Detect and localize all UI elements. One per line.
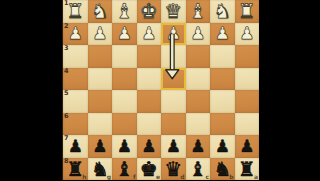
rank-label-5: 5: [64, 90, 69, 97]
square-d8[interactable]: d♛: [161, 158, 186, 181]
file-label-c: c: [205, 174, 209, 180]
square-f5[interactable]: [112, 90, 137, 113]
chess-app-screen: 1♜♞♝♚♛♝♞♜2♟♟♟♟♟♟♟♟34567♟♟♟♟♟♟♟♟8h♜g♞f♝e♚…: [0, 0, 320, 180]
square-a4[interactable]: [235, 68, 260, 91]
rank-label-1: 1: [64, 0, 69, 7]
square-g2[interactable]: ♟: [88, 23, 113, 46]
file-label-a: a: [254, 174, 258, 180]
piece-white-pawn-e2[interactable]: ♟: [141, 25, 156, 42]
square-f2[interactable]: ♟: [112, 23, 137, 46]
piece-white-pawn-d2[interactable]: ♟: [166, 25, 181, 42]
square-a5[interactable]: [235, 90, 260, 113]
square-a6[interactable]: [235, 113, 260, 136]
square-d2[interactable]: ♟: [161, 23, 186, 46]
file-label-d: d: [180, 174, 184, 180]
square-e6[interactable]: [137, 113, 162, 136]
square-a7[interactable]: ♟: [235, 135, 260, 158]
square-e2[interactable]: ♟: [137, 23, 162, 46]
piece-black-pawn-f7[interactable]: ♟: [117, 138, 132, 155]
square-c1[interactable]: ♝: [186, 0, 211, 23]
square-b8[interactable]: b♞: [210, 158, 235, 181]
rank-label-3: 3: [64, 45, 69, 52]
file-label-h: h: [82, 174, 86, 180]
square-a1[interactable]: ♜: [235, 0, 260, 23]
square-c4[interactable]: [186, 68, 211, 91]
square-g5[interactable]: [88, 90, 113, 113]
piece-black-bishop-c8[interactable]: ♝: [189, 159, 207, 179]
piece-black-pawn-c7[interactable]: ♟: [190, 138, 205, 155]
square-a2[interactable]: ♟: [235, 23, 260, 46]
square-e3[interactable]: [137, 45, 162, 68]
square-b7[interactable]: ♟: [210, 135, 235, 158]
square-g7[interactable]: ♟: [88, 135, 113, 158]
piece-white-knight-b1[interactable]: ♞: [213, 1, 231, 21]
piece-black-pawn-h7[interactable]: ♟: [68, 138, 83, 155]
square-b4[interactable]: [210, 68, 235, 91]
chess-board[interactable]: 1♜♞♝♚♛♝♞♜2♟♟♟♟♟♟♟♟34567♟♟♟♟♟♟♟♟8h♜g♞f♝e♚…: [62, 0, 259, 180]
piece-white-rook-a1[interactable]: ♜: [238, 1, 256, 21]
square-f3[interactable]: [112, 45, 137, 68]
square-d1[interactable]: ♛: [161, 0, 186, 23]
piece-black-pawn-d7[interactable]: ♟: [166, 138, 181, 155]
square-e8[interactable]: e♚: [137, 158, 162, 181]
piece-white-king-e1[interactable]: ♚: [140, 1, 158, 21]
piece-black-bishop-f8[interactable]: ♝: [115, 159, 133, 179]
square-h3[interactable]: 3: [63, 45, 88, 68]
square-h6[interactable]: 6: [63, 113, 88, 136]
square-g1[interactable]: ♞: [88, 0, 113, 23]
file-label-f: f: [133, 174, 136, 180]
piece-black-pawn-g7[interactable]: ♟: [92, 138, 107, 155]
piece-white-pawn-g2[interactable]: ♟: [92, 25, 107, 42]
square-b5[interactable]: [210, 90, 235, 113]
piece-white-pawn-h2[interactable]: ♟: [68, 25, 83, 42]
file-label-g: g: [107, 174, 111, 180]
file-label-e: e: [156, 174, 160, 180]
square-b3[interactable]: [210, 45, 235, 68]
square-a8[interactable]: a♜: [235, 158, 260, 181]
piece-white-pawn-f2[interactable]: ♟: [117, 25, 132, 42]
file-label-b: b: [229, 174, 233, 180]
square-a3[interactable]: [235, 45, 260, 68]
piece-white-bishop-f1[interactable]: ♝: [115, 1, 133, 21]
square-c7[interactable]: ♟: [186, 135, 211, 158]
square-h8[interactable]: 8h♜: [63, 158, 88, 181]
square-d7[interactable]: ♟: [161, 135, 186, 158]
square-e5[interactable]: [137, 90, 162, 113]
square-c2[interactable]: ♟: [186, 23, 211, 46]
square-e7[interactable]: ♟: [137, 135, 162, 158]
piece-white-pawn-c2[interactable]: ♟: [190, 25, 205, 42]
square-e4[interactable]: [137, 68, 162, 91]
piece-black-pawn-e7[interactable]: ♟: [141, 138, 156, 155]
square-d5[interactable]: [161, 90, 186, 113]
piece-white-queen-d1[interactable]: ♛: [164, 1, 182, 21]
square-f8[interactable]: f♝: [112, 158, 137, 181]
square-b6[interactable]: [210, 113, 235, 136]
square-h4[interactable]: 4: [63, 68, 88, 91]
square-c8[interactable]: c♝: [186, 158, 211, 181]
square-d6[interactable]: [161, 113, 186, 136]
piece-white-knight-g1[interactable]: ♞: [91, 1, 109, 21]
square-c5[interactable]: [186, 90, 211, 113]
piece-white-bishop-c1[interactable]: ♝: [189, 1, 207, 21]
rank-label-2: 2: [64, 23, 69, 30]
rank-label-4: 4: [64, 68, 69, 75]
square-f1[interactable]: ♝: [112, 0, 137, 23]
square-h5[interactable]: 5: [63, 90, 88, 113]
square-d4[interactable]: [161, 68, 186, 91]
square-g3[interactable]: [88, 45, 113, 68]
square-f4[interactable]: [112, 68, 137, 91]
square-g6[interactable]: [88, 113, 113, 136]
square-h2[interactable]: 2♟: [63, 23, 88, 46]
piece-black-pawn-a7[interactable]: ♟: [239, 138, 254, 155]
square-e1[interactable]: ♚: [137, 0, 162, 23]
square-h1[interactable]: 1♜: [63, 0, 88, 23]
rank-label-7: 7: [64, 135, 69, 142]
piece-white-pawn-a2[interactable]: ♟: [239, 25, 254, 42]
piece-black-pawn-b7[interactable]: ♟: [215, 138, 230, 155]
square-b1[interactable]: ♞: [210, 0, 235, 23]
square-f6[interactable]: [112, 113, 137, 136]
square-c3[interactable]: [186, 45, 211, 68]
square-c6[interactable]: [186, 113, 211, 136]
square-b2[interactable]: ♟: [210, 23, 235, 46]
piece-white-pawn-b2[interactable]: ♟: [215, 25, 230, 42]
rank-label-6: 6: [64, 113, 69, 120]
square-h7[interactable]: 7♟: [63, 135, 88, 158]
square-g8[interactable]: g♞: [88, 158, 113, 181]
square-f7[interactable]: ♟: [112, 135, 137, 158]
square-g4[interactable]: [88, 68, 113, 91]
rank-label-8: 8: [64, 158, 69, 165]
square-d3[interactable]: [161, 45, 186, 68]
